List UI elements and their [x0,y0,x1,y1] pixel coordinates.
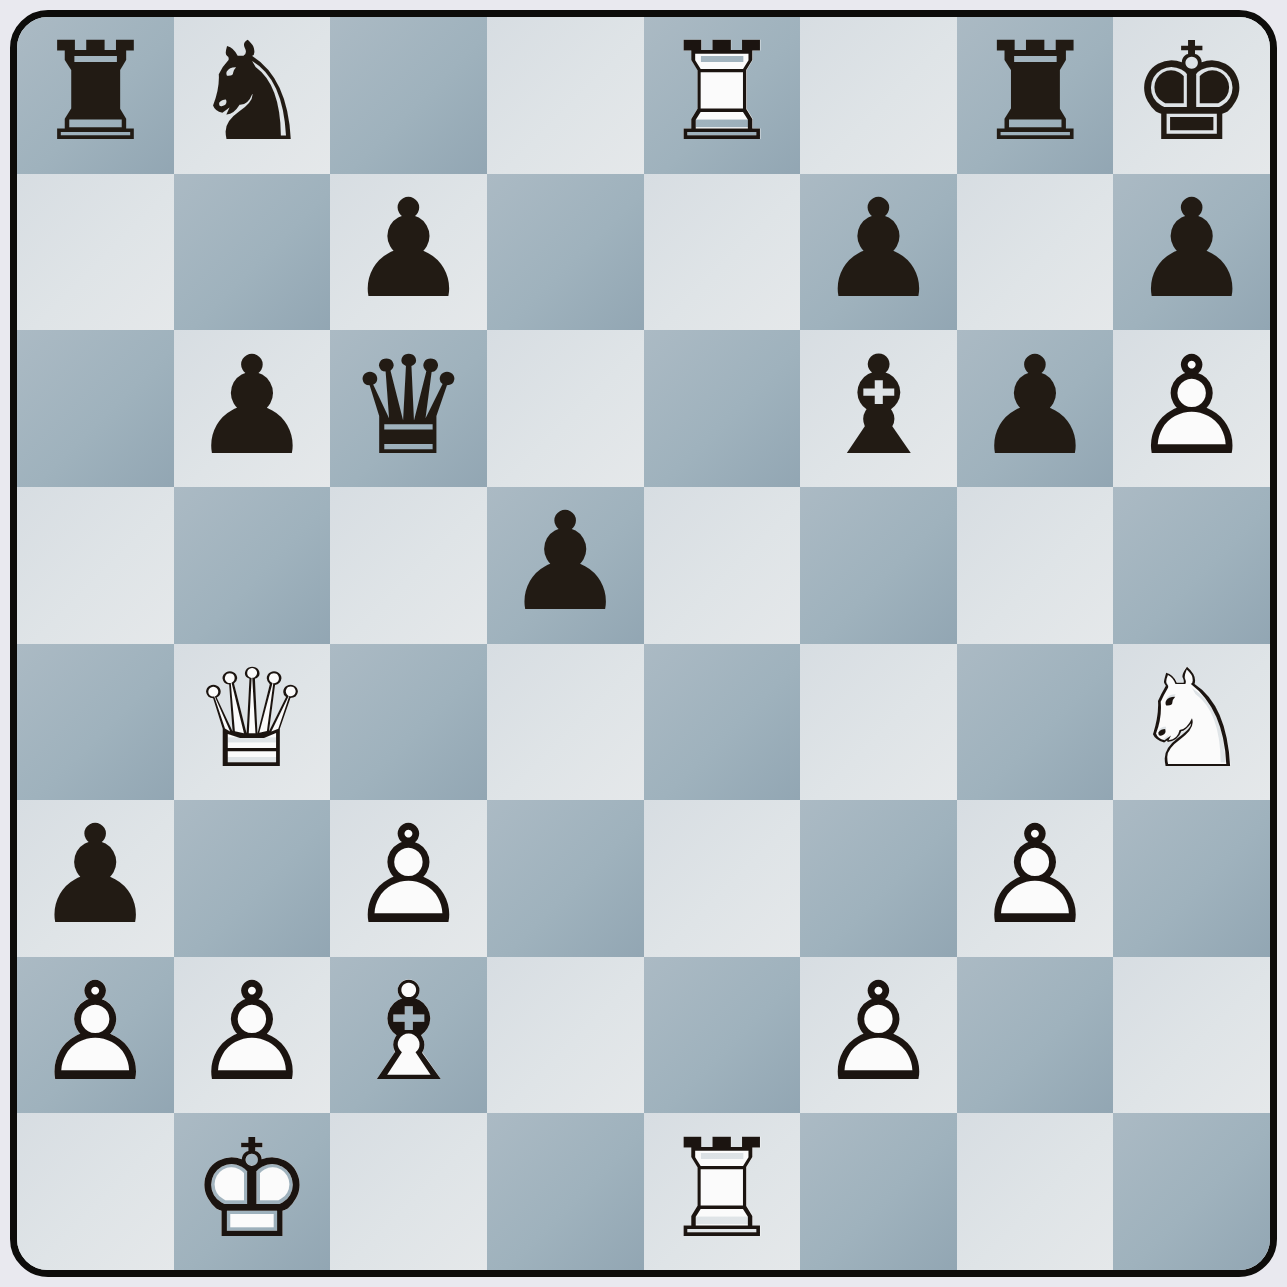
black-pawn[interactable]: ♟ [174,330,331,487]
white-pawn-outline: ♙ [17,954,174,1111]
black-pawn-glyph: ♟ [957,327,1114,484]
white-pawn[interactable]: ♟♙ [1113,330,1270,487]
square-c3[interactable]: ♟♙ [330,800,487,957]
black-pawn[interactable]: ♟ [1113,174,1270,331]
square-b1[interactable]: ♚♔ [174,1113,331,1270]
black-rook[interactable]: ♜ [957,17,1114,174]
square-a2[interactable]: ♟♙ [17,957,174,1114]
black-pawn[interactable]: ♟ [17,800,174,957]
square-c6[interactable]: ♛ [330,330,487,487]
square-h2[interactable] [1113,957,1270,1114]
white-rook-outline: ♖ [644,1110,801,1267]
black-knight[interactable]: ♞ [174,17,331,174]
square-f7[interactable]: ♟ [800,174,957,331]
square-g3[interactable]: ♟♙ [957,800,1114,957]
square-g7[interactable] [957,174,1114,331]
white-pawn[interactable]: ♟♙ [800,957,957,1114]
square-e2[interactable] [644,957,801,1114]
square-d5[interactable]: ♟ [487,487,644,644]
square-e7[interactable] [644,174,801,331]
white-bishop-outline: ♗ [330,954,487,1111]
square-b7[interactable] [174,174,331,331]
square-b6[interactable]: ♟ [174,330,331,487]
square-f5[interactable] [800,487,957,644]
black-rook-glyph: ♜ [17,14,174,171]
square-g2[interactable] [957,957,1114,1114]
chess-board: ♜♞♜♖♜♚♟♟♟♟♛♝♟♟♙♟♛♕♞♘♟♟♙♟♙♟♙♟♙♝♗♟♙♚♔♜♖ [17,17,1270,1270]
white-king-outline: ♔ [174,1110,331,1267]
black-king[interactable]: ♚ [1113,17,1270,174]
square-h5[interactable] [1113,487,1270,644]
square-c8[interactable] [330,17,487,174]
white-knight-outline: ♘ [1113,641,1270,798]
square-d8[interactable] [487,17,644,174]
square-a4[interactable] [17,644,174,801]
square-e3[interactable] [644,800,801,957]
square-e8[interactable]: ♜♖ [644,17,801,174]
square-g1[interactable] [957,1113,1114,1270]
black-pawn-glyph: ♟ [487,484,644,641]
square-d4[interactable] [487,644,644,801]
white-bishop[interactable]: ♝♗ [330,957,487,1114]
square-h3[interactable] [1113,800,1270,957]
square-f8[interactable] [800,17,957,174]
square-h1[interactable] [1113,1113,1270,1270]
black-rook-glyph: ♜ [957,14,1114,171]
white-pawn-outline: ♙ [330,797,487,954]
black-pawn-glyph: ♟ [174,327,331,484]
square-f1[interactable] [800,1113,957,1270]
black-queen[interactable]: ♛ [330,330,487,487]
square-f6[interactable]: ♝ [800,330,957,487]
white-knight[interactable]: ♞♘ [1113,644,1270,801]
square-b8[interactable]: ♞ [174,17,331,174]
chess-board-frame: ♜♞♜♖♜♚♟♟♟♟♛♝♟♟♙♟♛♕♞♘♟♟♙♟♙♟♙♟♙♝♗♟♙♚♔♜♖ [10,10,1277,1277]
square-a1[interactable] [17,1113,174,1270]
square-e6[interactable] [644,330,801,487]
square-d1[interactable] [487,1113,644,1270]
white-pawn-outline: ♙ [174,954,331,1111]
white-pawn[interactable]: ♟♙ [330,800,487,957]
white-pawn-outline: ♙ [1113,327,1270,484]
black-pawn[interactable]: ♟ [800,174,957,331]
black-pawn[interactable]: ♟ [957,330,1114,487]
black-pawn[interactable]: ♟ [487,487,644,644]
square-h6[interactable]: ♟♙ [1113,330,1270,487]
white-pawn-outline: ♙ [957,797,1114,954]
white-rook-outline: ♖ [644,14,801,171]
square-b2[interactable]: ♟♙ [174,957,331,1114]
square-g4[interactable] [957,644,1114,801]
square-g8[interactable]: ♜ [957,17,1114,174]
square-h7[interactable]: ♟ [1113,174,1270,331]
white-queen-outline: ♕ [174,641,331,798]
black-rook[interactable]: ♜ [17,17,174,174]
black-bishop[interactable]: ♝ [800,330,957,487]
square-f2[interactable]: ♟♙ [800,957,957,1114]
square-h8[interactable]: ♚ [1113,17,1270,174]
black-bishop-glyph: ♝ [800,327,957,484]
black-pawn-glyph: ♟ [1113,171,1270,328]
white-rook[interactable]: ♜♖ [644,1113,801,1270]
square-c5[interactable] [330,487,487,644]
black-pawn-glyph: ♟ [800,171,957,328]
square-d2[interactable] [487,957,644,1114]
square-a8[interactable]: ♜ [17,17,174,174]
square-a6[interactable] [17,330,174,487]
square-g6[interactable]: ♟ [957,330,1114,487]
white-pawn[interactable]: ♟♙ [957,800,1114,957]
white-king[interactable]: ♚♔ [174,1113,331,1270]
white-pawn[interactable]: ♟♙ [17,957,174,1114]
square-c4[interactable] [330,644,487,801]
black-queen-glyph: ♛ [330,327,487,484]
square-a7[interactable] [17,174,174,331]
black-pawn[interactable]: ♟ [330,174,487,331]
square-b5[interactable] [174,487,331,644]
square-b3[interactable] [174,800,331,957]
square-e4[interactable] [644,644,801,801]
square-c2[interactable]: ♝♗ [330,957,487,1114]
white-queen[interactable]: ♛♕ [174,644,331,801]
square-g5[interactable] [957,487,1114,644]
square-b4[interactable]: ♛♕ [174,644,331,801]
square-c7[interactable]: ♟ [330,174,487,331]
black-king-glyph: ♚ [1113,14,1270,171]
square-e5[interactable] [644,487,801,644]
square-d6[interactable] [487,330,644,487]
square-a5[interactable] [17,487,174,644]
square-a3[interactable]: ♟ [17,800,174,957]
square-d3[interactable] [487,800,644,957]
square-c1[interactable] [330,1113,487,1270]
black-pawn-glyph: ♟ [330,171,487,328]
square-h4[interactable]: ♞♘ [1113,644,1270,801]
black-pawn-glyph: ♟ [17,797,174,954]
square-f3[interactable] [800,800,957,957]
black-knight-glyph: ♞ [174,14,331,171]
white-pawn-outline: ♙ [800,954,957,1111]
white-pawn[interactable]: ♟♙ [174,957,331,1114]
white-rook[interactable]: ♜♖ [644,17,801,174]
square-d7[interactable] [487,174,644,331]
square-e1[interactable]: ♜♖ [644,1113,801,1270]
square-f4[interactable] [800,644,957,801]
